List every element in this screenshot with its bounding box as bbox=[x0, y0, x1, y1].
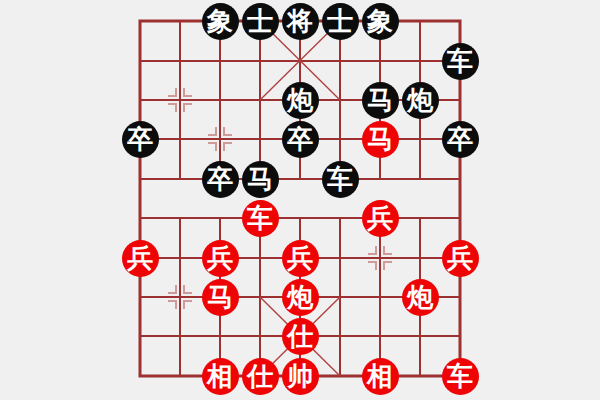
red-soldier[interactable]: 兵 bbox=[282, 240, 319, 277]
black-advisor[interactable]: 士 bbox=[322, 3, 359, 40]
red-soldier[interactable]: 兵 bbox=[202, 240, 239, 277]
black-advisor[interactable]: 士 bbox=[242, 3, 279, 40]
black-general[interactable]: 将 bbox=[282, 3, 319, 40]
red-advisor[interactable]: 仕 bbox=[282, 318, 319, 355]
black-soldier[interactable]: 卒 bbox=[122, 121, 159, 158]
black-cannon[interactable]: 炮 bbox=[402, 82, 439, 119]
black-soldier[interactable]: 卒 bbox=[442, 121, 479, 158]
black-cannon[interactable]: 炮 bbox=[282, 82, 319, 119]
red-advisor[interactable]: 仕 bbox=[242, 358, 279, 395]
red-soldier[interactable]: 兵 bbox=[122, 240, 159, 277]
black-horse[interactable]: 马 bbox=[242, 161, 279, 198]
red-elephant[interactable]: 相 bbox=[362, 358, 399, 395]
red-chariot[interactable]: 车 bbox=[242, 200, 279, 237]
black-chariot[interactable]: 车 bbox=[322, 161, 359, 198]
black-elephant[interactable]: 象 bbox=[362, 3, 399, 40]
black-horse[interactable]: 马 bbox=[362, 82, 399, 119]
red-soldier[interactable]: 兵 bbox=[362, 200, 399, 237]
black-elephant[interactable]: 象 bbox=[202, 3, 239, 40]
xiangqi-board[interactable]: 象士将士象车炮马炮卒卒马卒卒马车车兵兵兵兵兵马炮炮仕相仕帅相车 bbox=[0, 0, 600, 400]
red-cannon[interactable]: 炮 bbox=[402, 279, 439, 316]
red-cannon[interactable]: 炮 bbox=[282, 279, 319, 316]
red-horse[interactable]: 马 bbox=[362, 121, 399, 158]
black-chariot[interactable]: 车 bbox=[442, 43, 479, 80]
red-elephant[interactable]: 相 bbox=[202, 358, 239, 395]
red-chariot[interactable]: 车 bbox=[442, 358, 479, 395]
black-soldier[interactable]: 卒 bbox=[202, 161, 239, 198]
red-horse[interactable]: 马 bbox=[202, 279, 239, 316]
black-soldier[interactable]: 卒 bbox=[282, 121, 319, 158]
pieces-layer: 象士将士象车炮马炮卒卒马卒卒马车车兵兵兵兵兵马炮炮仕相仕帅相车 bbox=[0, 0, 600, 400]
red-soldier[interactable]: 兵 bbox=[442, 240, 479, 277]
red-general[interactable]: 帅 bbox=[282, 358, 319, 395]
